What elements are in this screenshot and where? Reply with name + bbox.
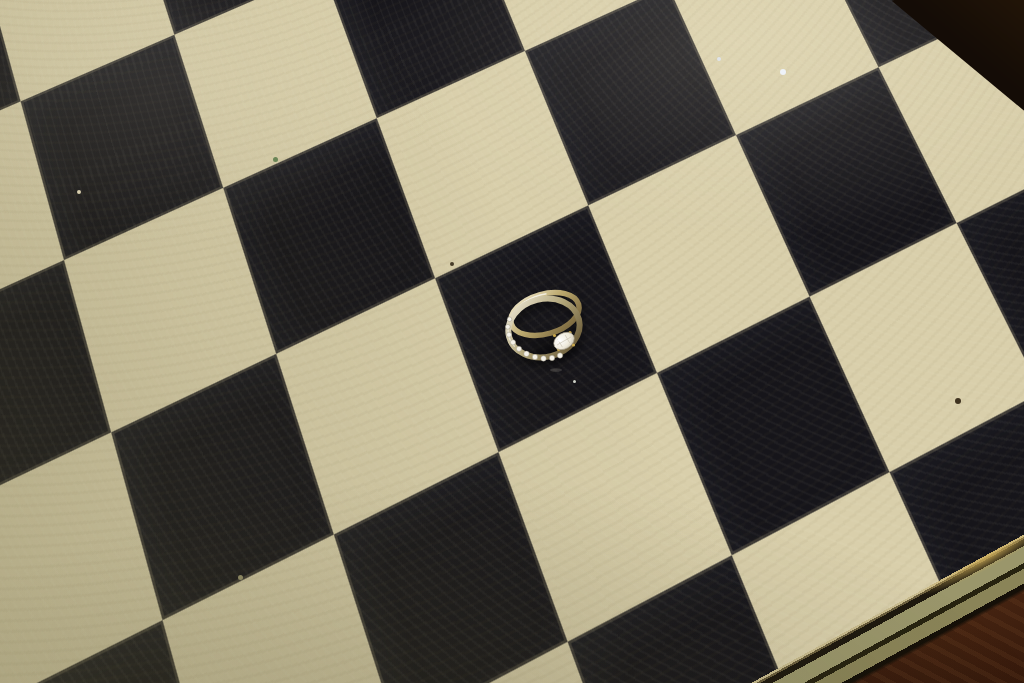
photo-frame <box>0 0 1024 683</box>
glass-reflection <box>550 368 562 372</box>
wedding-rings <box>496 284 606 384</box>
